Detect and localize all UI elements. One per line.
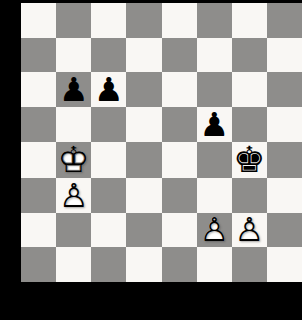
square-d1[interactable] [126, 247, 161, 282]
square-c1[interactable] [91, 247, 126, 282]
black-pawn-icon: ♟ [94, 73, 124, 106]
square-b5[interactable] [56, 107, 91, 142]
square-a8[interactable] [21, 3, 56, 38]
square-g3[interactable] [232, 178, 267, 213]
square-h6[interactable] [267, 72, 302, 107]
square-a7[interactable] [21, 38, 56, 73]
square-h8[interactable] [267, 3, 302, 38]
square-d4[interactable] [126, 142, 161, 178]
square-a6[interactable] [21, 72, 56, 107]
square-c4[interactable] [91, 142, 126, 178]
square-g5[interactable] [232, 107, 267, 142]
white-pawn-icon: ♙ [59, 179, 89, 212]
square-d2[interactable] [126, 213, 161, 248]
square-c3[interactable] [91, 178, 126, 213]
square-f6[interactable] [197, 72, 232, 107]
square-d7[interactable] [126, 38, 161, 73]
black-king-icon: ♚ [233, 142, 265, 178]
square-f4[interactable] [197, 142, 232, 178]
square-g8[interactable] [232, 3, 267, 38]
square-f1[interactable] [197, 247, 232, 282]
square-f5[interactable]: ♟ [197, 107, 232, 142]
square-h7[interactable] [267, 38, 302, 73]
square-g1[interactable] [232, 247, 267, 282]
square-b6[interactable]: ♟ [56, 72, 91, 107]
piece-black-pawn: ♟ [199, 108, 229, 141]
square-b8[interactable] [56, 3, 91, 38]
white-king-icon: ♔ [58, 142, 90, 178]
square-f2[interactable]: ♟♙ [197, 213, 232, 248]
square-h1[interactable] [267, 247, 302, 282]
square-c6[interactable]: ♟ [91, 72, 126, 107]
square-b4[interactable]: ♚♔ [56, 142, 91, 178]
white-pawn-icon: ♙ [199, 213, 229, 246]
square-e5[interactable] [162, 107, 197, 142]
black-pawn-icon: ♟ [199, 108, 229, 141]
piece-white-pawn: ♟♙ [235, 213, 265, 246]
square-g4[interactable]: ♚ [232, 142, 267, 178]
square-h5[interactable] [267, 107, 302, 142]
piece-white-pawn: ♟♙ [59, 179, 89, 212]
black-pawn-icon: ♟ [59, 73, 89, 106]
square-e8[interactable] [162, 3, 197, 38]
piece-white-king: ♚♔ [58, 142, 90, 178]
square-f7[interactable] [197, 38, 232, 73]
square-b7[interactable] [56, 38, 91, 73]
piece-black-pawn: ♟ [59, 73, 89, 106]
piece-black-king: ♚ [233, 142, 265, 178]
square-d8[interactable] [126, 3, 161, 38]
square-d5[interactable] [126, 107, 161, 142]
square-a5[interactable] [21, 107, 56, 142]
square-g2[interactable]: ♟♙ [232, 213, 267, 248]
square-h3[interactable] [267, 178, 302, 213]
square-f8[interactable] [197, 3, 232, 38]
square-c5[interactable] [91, 107, 126, 142]
square-e1[interactable] [162, 247, 197, 282]
square-d6[interactable] [126, 72, 161, 107]
page-background: ♟♟♟♚♔♚♟♙♟♙♟♙ [0, 0, 302, 320]
square-g6[interactable] [232, 72, 267, 107]
square-c7[interactable] [91, 38, 126, 73]
square-b1[interactable] [56, 247, 91, 282]
square-h2[interactable] [267, 213, 302, 248]
square-c2[interactable] [91, 213, 126, 248]
square-f3[interactable] [197, 178, 232, 213]
white-pawn-icon: ♙ [235, 213, 265, 246]
chessboard: ♟♟♟♚♔♚♟♙♟♙♟♙ [21, 3, 302, 282]
square-a1[interactable] [21, 247, 56, 282]
square-e7[interactable] [162, 38, 197, 73]
square-e6[interactable] [162, 72, 197, 107]
piece-white-pawn: ♟♙ [199, 213, 229, 246]
piece-black-pawn: ♟ [94, 73, 124, 106]
square-e3[interactable] [162, 178, 197, 213]
square-a3[interactable] [21, 178, 56, 213]
square-a2[interactable] [21, 213, 56, 248]
square-g7[interactable] [232, 38, 267, 73]
square-c8[interactable] [91, 3, 126, 38]
square-h4[interactable] [267, 142, 302, 178]
square-e2[interactable] [162, 213, 197, 248]
square-b3[interactable]: ♟♙ [56, 178, 91, 213]
square-d3[interactable] [126, 178, 161, 213]
square-b2[interactable] [56, 213, 91, 248]
square-e4[interactable] [162, 142, 197, 178]
square-a4[interactable] [21, 142, 56, 178]
